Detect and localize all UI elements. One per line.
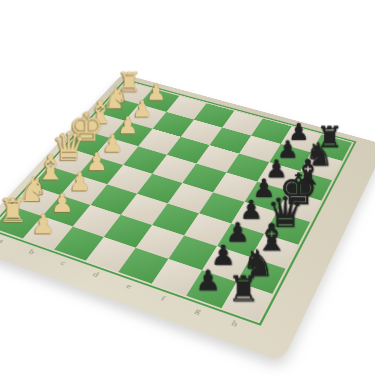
square-g1: ♟ bbox=[186, 270, 236, 308]
file-label-c: c bbox=[58, 258, 67, 266]
file-label-h: h bbox=[230, 318, 239, 328]
file-label-a: a bbox=[0, 236, 6, 244]
white-rook-a1: ♜ bbox=[0, 195, 30, 227]
file-label-e: e bbox=[124, 281, 133, 290]
board-frame: ♜♟♟♜♞♟♟♞♝♟♟♝♚♟♟♚♛♟♟♛♝♟♟♝♞♟♟♞♜♟♟♜ bbox=[0, 79, 356, 326]
file-label-d: d bbox=[90, 269, 100, 278]
square-a3: ♝ bbox=[31, 166, 77, 195]
scene: ♜♟♟♜♞♟♟♞♝♟♟♝♚♟♟♚♛♟♟♛♝♟♟♝♞♟♟♞♜♟♟♜ abcdefg… bbox=[0, 0, 375, 375]
file-label-g: g bbox=[193, 305, 202, 315]
chess-mat: ♜♟♟♜♞♟♟♞♝♟♟♝♚♟♟♚♛♟♟♛♝♟♟♝♞♟♟♞♜♟♟♜ abcdefg… bbox=[0, 73, 375, 361]
square-h7: ♞ bbox=[300, 152, 342, 180]
file-label-b: b bbox=[26, 247, 36, 255]
file-label-f: f bbox=[159, 293, 167, 302]
board: ♜♟♟♜♞♟♟♞♝♟♟♝♚♟♟♚♛♟♟♛♝♟♟♝♞♟♟♞♜♟♟♜ bbox=[0, 81, 351, 320]
product-photo: ♜♟♟♜♞♟♟♞♝♟♟♝♚♟♟♚♛♟♟♛♝♟♟♝♞♟♟♞♜♟♟♜ abcdefg… bbox=[0, 0, 375, 375]
white-rook-a8: ♜ bbox=[114, 69, 144, 96]
square-a8: ♜ bbox=[112, 81, 152, 104]
